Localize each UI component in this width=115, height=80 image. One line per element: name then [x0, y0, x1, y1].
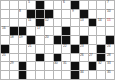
white-cell[interactable]: [97, 10, 105, 18]
white-cell[interactable]: [62, 19, 70, 27]
white-cell[interactable]: [45, 71, 53, 79]
white-cell[interactable]: [19, 54, 27, 62]
highlighted-clue-number: 15: [107, 18, 111, 21]
white-cell[interactable]: [62, 71, 70, 79]
white-cell[interactable]: [19, 19, 27, 27]
black-cell: [80, 10, 88, 18]
clue-number: 29: [10, 61, 14, 64]
clue-number: 31: [63, 61, 67, 64]
black-cell: [27, 10, 35, 18]
white-cell[interactable]: [36, 36, 44, 44]
white-cell[interactable]: [89, 45, 97, 53]
white-cell[interactable]: 29: [10, 62, 18, 70]
white-cell[interactable]: [36, 71, 44, 79]
black-cell: [45, 10, 53, 18]
clue-number: 12: [45, 18, 49, 21]
white-cell[interactable]: [54, 27, 62, 35]
white-cell[interactable]: [45, 54, 53, 62]
white-cell[interactable]: [27, 54, 35, 62]
white-cell[interactable]: [97, 27, 105, 35]
black-cell: [62, 27, 70, 35]
clue-number: 26: [80, 53, 84, 56]
white-cell[interactable]: 21: [27, 45, 35, 53]
white-cell[interactable]: [19, 45, 27, 53]
clue-number: 16: [2, 26, 6, 29]
white-cell[interactable]: [27, 27, 35, 35]
white-cell[interactable]: [62, 10, 70, 18]
black-cell: [71, 71, 79, 79]
white-cell[interactable]: 34: [80, 71, 88, 79]
white-cell[interactable]: [45, 45, 53, 53]
white-cell[interactable]: [45, 1, 53, 9]
white-cell[interactable]: [10, 45, 18, 53]
white-cell[interactable]: [54, 45, 62, 53]
white-cell[interactable]: 35: [106, 71, 114, 79]
white-cell[interactable]: [80, 1, 88, 9]
white-cell[interactable]: [1, 71, 9, 79]
crossword-board: 5678910111213141516171819202122232425262…: [0, 0, 115, 80]
black-cell: [19, 62, 27, 70]
white-cell[interactable]: 5: [27, 1, 35, 9]
clue-number: 35: [107, 70, 111, 73]
white-cell[interactable]: 11: [27, 19, 35, 27]
black-cell: [1, 45, 9, 53]
white-cell[interactable]: 23: [80, 45, 88, 53]
white-cell[interactable]: [1, 62, 9, 70]
white-cell[interactable]: [45, 62, 53, 70]
white-cell[interactable]: [80, 27, 88, 35]
white-cell[interactable]: [54, 19, 62, 27]
white-cell[interactable]: [89, 36, 97, 44]
white-cell[interactable]: 12: [45, 19, 53, 27]
clue-number: 20: [45, 35, 49, 38]
white-cell[interactable]: [10, 1, 18, 9]
white-cell[interactable]: [89, 10, 97, 18]
white-cell[interactable]: [10, 10, 18, 18]
black-cell: [54, 36, 62, 44]
clue-number: 6: [63, 0, 65, 3]
clue-number: 11: [28, 18, 31, 21]
white-cell[interactable]: 30: [54, 62, 62, 70]
clue-number: 33: [107, 61, 111, 64]
white-cell[interactable]: 10: [106, 10, 114, 18]
clue-number: 21: [28, 44, 32, 47]
white-cell[interactable]: [10, 19, 18, 27]
clue-number: 22: [63, 44, 67, 47]
white-cell[interactable]: [89, 1, 97, 9]
white-cell[interactable]: [10, 71, 18, 79]
white-cell[interactable]: [89, 71, 97, 79]
white-cell[interactable]: 17: [36, 27, 44, 35]
white-cell[interactable]: [1, 1, 9, 9]
white-cell[interactable]: 14: [97, 19, 105, 27]
white-cell[interactable]: 13: [80, 19, 88, 27]
clue-number: 13: [80, 18, 84, 21]
clue-number: 24: [107, 44, 111, 47]
black-cell: [97, 45, 105, 53]
white-cell[interactable]: [36, 45, 44, 53]
white-cell[interactable]: [54, 71, 62, 79]
clue-number: 25: [2, 53, 6, 56]
black-cell: [36, 54, 44, 62]
black-cell: [89, 19, 97, 27]
clue-number: 19: [19, 35, 23, 38]
white-cell[interactable]: 6: [62, 1, 70, 9]
clue-number: 14: [98, 18, 102, 21]
white-cell[interactable]: [1, 36, 9, 44]
white-cell[interactable]: 32: [97, 62, 105, 70]
white-cell[interactable]: [27, 71, 35, 79]
white-cell[interactable]: [71, 36, 79, 44]
clue-number: 5: [28, 0, 30, 3]
black-cell: [71, 45, 79, 53]
white-cell[interactable]: [97, 71, 105, 79]
black-cell: [19, 71, 27, 79]
white-cell[interactable]: [36, 62, 44, 70]
white-cell[interactable]: [106, 27, 114, 35]
white-cell[interactable]: 31: [62, 62, 70, 70]
clue-number: 32: [98, 61, 102, 64]
clue-number: 9: [72, 9, 74, 12]
black-cell: [36, 10, 44, 18]
white-cell[interactable]: [54, 1, 62, 9]
white-cell[interactable]: [89, 27, 97, 35]
white-cell[interactable]: [71, 54, 79, 62]
white-cell[interactable]: 18: [10, 36, 18, 44]
white-cell[interactable]: 25: [1, 54, 9, 62]
white-cell[interactable]: 9: [71, 10, 79, 18]
clue-number: 28: [107, 53, 111, 56]
clue-number: 34: [80, 70, 84, 73]
white-cell[interactable]: [54, 10, 62, 18]
black-cell: [89, 62, 97, 70]
white-cell[interactable]: [97, 36, 105, 44]
white-cell[interactable]: 27: [89, 54, 97, 62]
clue-number: 8: [19, 9, 21, 12]
white-cell[interactable]: [97, 1, 105, 9]
white-cell[interactable]: [71, 27, 79, 35]
white-cell[interactable]: 8: [19, 10, 27, 18]
crossword-grid: 5678910111213141516171819202122232425262…: [0, 0, 115, 80]
white-cell[interactable]: [27, 62, 35, 70]
black-cell: [71, 62, 79, 70]
clue-number: 23: [80, 44, 84, 47]
clue-number: 27: [89, 53, 93, 56]
white-cell[interactable]: 22: [62, 45, 70, 53]
white-cell[interactable]: [1, 10, 9, 18]
clue-number: 30: [54, 61, 58, 64]
clue-number: 10: [107, 9, 111, 12]
clue-number: 17: [37, 26, 41, 29]
white-cell[interactable]: 20: [45, 36, 53, 44]
clue-number: 7: [107, 0, 109, 3]
white-cell[interactable]: 24: [106, 45, 114, 53]
clue-number: 18: [10, 35, 14, 38]
black-cell: [36, 1, 44, 9]
white-cell[interactable]: 16: [1, 27, 9, 35]
white-cell[interactable]: 26: [80, 54, 88, 62]
white-cell[interactable]: 19: [19, 36, 27, 44]
white-cell[interactable]: 15: [106, 19, 114, 27]
white-cell[interactable]: [71, 19, 79, 27]
